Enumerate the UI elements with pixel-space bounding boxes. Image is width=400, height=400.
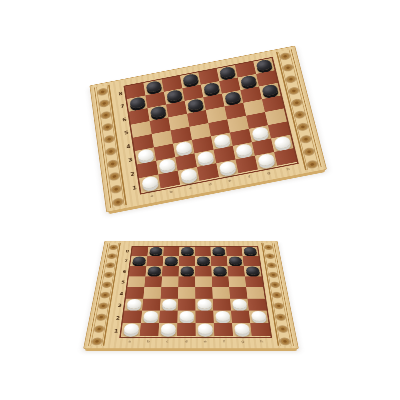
- white-piece: [197, 323, 212, 334]
- black-piece: [164, 256, 177, 264]
- square-a1: [139, 174, 161, 192]
- square-d5: [178, 276, 195, 287]
- square-f8: [210, 247, 226, 257]
- black-piece: [255, 59, 272, 72]
- white-piece: [180, 168, 198, 182]
- square-h4: [246, 287, 265, 298]
- square-f7: [211, 256, 228, 266]
- black-piece: [132, 256, 146, 264]
- square-a5: [127, 276, 145, 287]
- square-h1: [274, 148, 297, 165]
- white-piece: [218, 160, 236, 174]
- square-h7: [243, 256, 260, 266]
- white-piece: [137, 148, 154, 162]
- square-h5: [245, 276, 263, 287]
- square-d3: [178, 299, 196, 311]
- white-piece: [251, 311, 267, 321]
- square-f4: [212, 287, 230, 298]
- black-piece: [129, 96, 146, 109]
- square-f6: [211, 266, 228, 276]
- white-piece: [179, 311, 194, 321]
- square-c6: [162, 266, 179, 276]
- square-b6: [145, 266, 162, 276]
- board-grid: [119, 246, 272, 338]
- file-label-c: c: [158, 338, 177, 345]
- square-e3: [195, 299, 213, 311]
- checkers-board-upper: 87654321 abcdefgh: [90, 46, 327, 213]
- square-g6: [228, 266, 245, 276]
- square-d1: [177, 323, 196, 336]
- square-f3: [213, 299, 231, 311]
- square-g4: [229, 287, 247, 298]
- black-piece: [196, 256, 209, 264]
- square-b7: [146, 256, 163, 266]
- square-e4: [195, 287, 212, 298]
- white-piece: [160, 323, 175, 334]
- square-h8: [242, 247, 259, 257]
- black-piece: [239, 75, 256, 88]
- square-e5: [195, 276, 212, 287]
- square-c5: [161, 276, 178, 287]
- black-piece: [180, 266, 193, 274]
- black-piece: [203, 82, 220, 95]
- square-b1: [140, 323, 159, 336]
- black-piece: [166, 89, 183, 102]
- black-piece: [181, 247, 194, 255]
- black-piece: [218, 66, 235, 79]
- square-a4: [126, 287, 144, 298]
- square-c7: [163, 256, 179, 266]
- square-h2: [249, 311, 269, 323]
- black-piece: [186, 98, 203, 111]
- square-c1: [178, 167, 200, 185]
- square-f5: [212, 276, 229, 287]
- square-c4: [161, 287, 179, 298]
- square-a6: [129, 266, 147, 276]
- square-b2: [141, 311, 160, 323]
- square-a1: [121, 323, 141, 336]
- square-d4: [178, 287, 195, 298]
- white-piece: [273, 135, 291, 149]
- white-piece: [141, 175, 158, 189]
- file-label-d: d: [177, 338, 196, 345]
- white-piece: [197, 299, 211, 309]
- black-piece: [228, 256, 242, 264]
- square-d8: [179, 247, 195, 257]
- square-b8: [147, 247, 163, 257]
- file-label-e: e: [196, 338, 215, 345]
- black-piece: [149, 105, 166, 118]
- square-b3: [142, 299, 161, 311]
- square-c8: [163, 247, 179, 257]
- file-label-f: f: [214, 338, 233, 345]
- black-piece: [245, 266, 259, 274]
- file-labels: abcdefgh: [109, 338, 274, 345]
- square-c2: [159, 311, 178, 323]
- square-b5: [144, 276, 162, 287]
- square-h3: [247, 299, 266, 311]
- square-c3: [160, 299, 178, 311]
- checkers-board-lower: 87654321 abcdefgh: [83, 241, 299, 349]
- square-e1: [196, 323, 215, 336]
- black-piece: [261, 83, 278, 96]
- black-piece: [213, 266, 227, 274]
- file-label-b: b: [139, 338, 158, 345]
- square-a8: [131, 247, 148, 257]
- white-piece: [123, 323, 139, 334]
- black-piece: [149, 247, 162, 255]
- square-g8: [226, 247, 243, 257]
- black-piece: [147, 266, 161, 274]
- square-g2: [231, 311, 250, 323]
- square-h6: [244, 266, 262, 276]
- square-e1: [216, 159, 238, 177]
- white-piece: [196, 150, 214, 164]
- square-a2: [123, 311, 142, 323]
- square-d6: [179, 266, 196, 276]
- square-g7: [227, 256, 244, 266]
- white-piece: [213, 133, 231, 147]
- white-piece: [235, 143, 253, 157]
- square-g1: [232, 323, 252, 336]
- white-piece: [215, 311, 230, 321]
- square-f1: [214, 323, 233, 336]
- black-piece: [243, 247, 257, 255]
- square-e7: [195, 256, 211, 266]
- black-piece: [212, 247, 225, 255]
- file-label-h: h: [252, 338, 272, 345]
- square-d7: [179, 256, 195, 266]
- white-piece: [175, 141, 192, 155]
- white-piece: [143, 311, 158, 321]
- square-e2: [195, 311, 213, 323]
- black-piece: [182, 73, 199, 86]
- white-piece: [158, 158, 175, 172]
- black-piece: [224, 91, 241, 104]
- white-piece: [232, 299, 247, 309]
- white-piece: [234, 323, 250, 334]
- white-piece: [257, 153, 275, 167]
- black-piece: [145, 80, 162, 93]
- white-piece: [162, 299, 177, 309]
- file-label-a: a: [120, 338, 140, 345]
- file-label-g: g: [233, 338, 253, 345]
- square-e6: [195, 266, 212, 276]
- square-g5: [228, 276, 246, 287]
- white-piece: [251, 126, 269, 140]
- square-d1: [197, 163, 219, 181]
- square-h1: [250, 323, 270, 336]
- square-a7: [130, 256, 147, 266]
- white-piece: [126, 299, 141, 309]
- square-b4: [143, 287, 161, 298]
- square-d2: [177, 311, 195, 323]
- square-g3: [230, 299, 249, 311]
- square-e8: [195, 247, 211, 257]
- square-f2: [213, 311, 232, 323]
- square-c1: [158, 323, 177, 336]
- square-a3: [124, 299, 143, 311]
- square-b1: [158, 171, 180, 189]
